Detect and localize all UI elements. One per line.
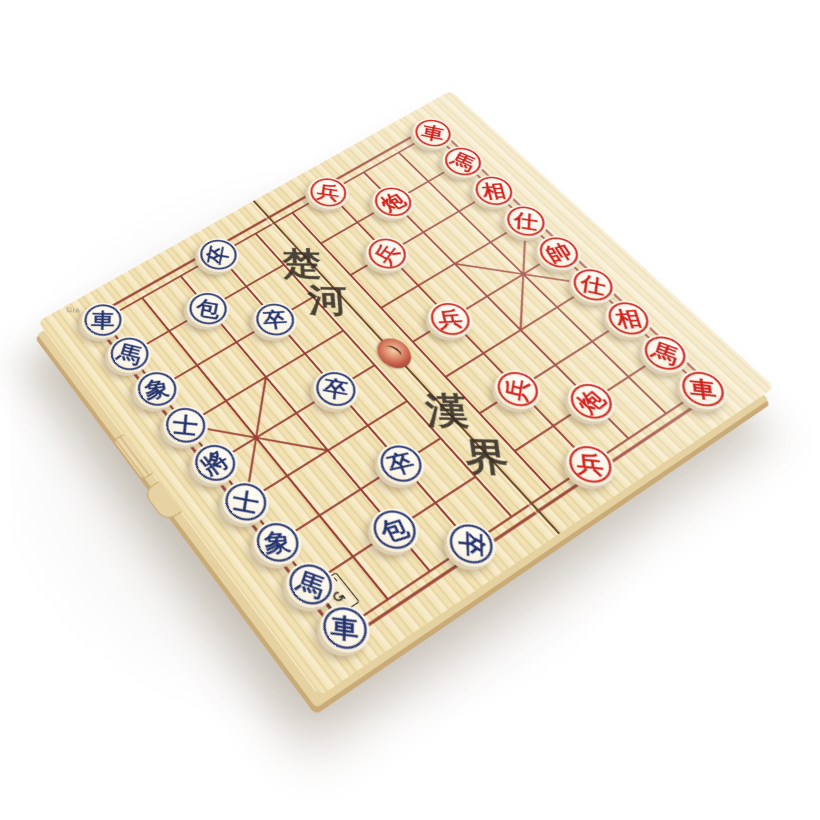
piece-glyph: 卒 xyxy=(322,376,350,401)
piece-glyph: 象 xyxy=(143,377,171,401)
piece-glyph: 兵 xyxy=(576,451,605,477)
piece-glyph: 車 xyxy=(331,613,359,643)
river-label-char: 漢 xyxy=(423,386,471,436)
piece-glyph: 卒 xyxy=(205,244,232,266)
piece-glyph: 車 xyxy=(420,123,446,144)
piece-glyph: 士 xyxy=(172,413,199,438)
piece-glyph: 車 xyxy=(688,377,717,401)
product-photo-canvas: 楚河漢界 ↺ GIA 車馬相仕帥仕相馬車炮炮兵兵兵兵兵卒卒卒卒卒包包車馬象士將士… xyxy=(0,0,820,820)
river-label-char: 界 xyxy=(461,432,512,484)
piece-glyph: 卒 xyxy=(262,309,289,331)
piece-glyph: 包 xyxy=(194,297,221,320)
piece-glyph: 仕 xyxy=(579,273,606,298)
piece-glyph: 兵 xyxy=(436,308,465,330)
piece-glyph: 士 xyxy=(231,488,261,516)
piece-glyph: 車 xyxy=(91,310,115,330)
piece-glyph: 卒 xyxy=(457,530,485,558)
piece-glyph: 相 xyxy=(480,181,508,200)
edge-stamp-text: GIA xyxy=(66,307,81,315)
piece-glyph: 兵 xyxy=(316,182,341,203)
piece-glyph: 仕 xyxy=(513,210,538,232)
piece-glyph: 象 xyxy=(263,529,293,555)
river-label-char: 河 xyxy=(307,278,350,323)
